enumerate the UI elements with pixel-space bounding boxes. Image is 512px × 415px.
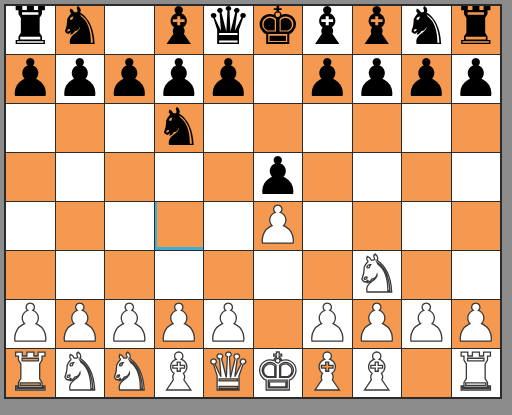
- square-g4[interactable]: [303, 202, 352, 250]
- square-i1[interactable]: [402, 349, 451, 397]
- square-b5[interactable]: [56, 153, 105, 201]
- black-pawn-icon: ♟: [403, 54, 450, 102]
- black-bishop-icon: ♝: [353, 2, 400, 50]
- white-knight-icon: ♞: [106, 348, 153, 396]
- square-g8[interactable]: ♝: [303, 6, 352, 54]
- square-j5[interactable]: [452, 153, 501, 201]
- square-c4[interactable]: [105, 202, 154, 250]
- square-b7[interactable]: ♟: [56, 55, 105, 103]
- square-j4[interactable]: [452, 202, 501, 250]
- square-b6[interactable]: [56, 104, 105, 152]
- square-h3[interactable]: ♞: [353, 251, 402, 299]
- black-rook-icon: ♜: [452, 2, 499, 50]
- black-pawn-icon: ♟: [155, 54, 202, 102]
- square-h7[interactable]: ♟: [353, 55, 402, 103]
- square-c3[interactable]: [105, 251, 154, 299]
- white-pawn-icon: ♟: [353, 299, 400, 347]
- square-j8[interactable]: ♜: [452, 6, 501, 54]
- white-rook-icon: ♜: [452, 348, 499, 396]
- white-pawn-icon: ♟: [56, 299, 103, 347]
- square-e2[interactable]: ♟: [204, 300, 253, 348]
- square-e4[interactable]: [204, 202, 253, 250]
- square-e8[interactable]: ♛: [204, 6, 253, 54]
- square-b8[interactable]: ♞: [56, 6, 105, 54]
- square-d6[interactable]: ♞: [155, 104, 204, 152]
- white-bishop-icon: ♝: [155, 348, 202, 396]
- black-bishop-icon: ♝: [304, 2, 351, 50]
- square-h2[interactable]: ♟: [353, 300, 402, 348]
- square-d2[interactable]: ♟: [155, 300, 204, 348]
- white-pawn-icon: ♟: [106, 299, 153, 347]
- square-j2[interactable]: ♟: [452, 300, 501, 348]
- white-pawn-icon: ♟: [254, 201, 301, 249]
- square-c6[interactable]: [105, 104, 154, 152]
- square-a1[interactable]: ♜: [6, 349, 55, 397]
- square-c5[interactable]: [105, 153, 154, 201]
- black-king-icon: ♚: [254, 2, 301, 50]
- square-c1[interactable]: ♞: [105, 349, 154, 397]
- square-g3[interactable]: [303, 251, 352, 299]
- square-h5[interactable]: [353, 153, 402, 201]
- square-h6[interactable]: [353, 104, 402, 152]
- black-pawn-icon: ♟: [254, 152, 301, 200]
- square-d1[interactable]: ♝: [155, 349, 204, 397]
- white-pawn-icon: ♟: [155, 299, 202, 347]
- black-bishop-icon: ♝: [155, 2, 202, 50]
- square-c2[interactable]: ♟: [105, 300, 154, 348]
- square-d8[interactable]: ♝: [155, 6, 204, 54]
- square-a7[interactable]: ♟: [6, 55, 55, 103]
- square-d5[interactable]: [155, 153, 204, 201]
- square-e1[interactable]: ♛: [204, 349, 253, 397]
- white-pawn-icon: ♟: [7, 299, 54, 347]
- white-knight-icon: ♞: [353, 250, 400, 298]
- square-d3[interactable]: [155, 251, 204, 299]
- chess-board: ♜♞♝♛♚♝♝♞♜♟♟♟♟♟♟♟♟♟♞♟♟♞♟♟♟♟♟♟♟♟♟♜♞♞♝♛♚♝♝♜: [4, 4, 502, 399]
- square-c8[interactable]: [105, 6, 154, 54]
- square-e6[interactable]: [204, 104, 253, 152]
- black-pawn-icon: ♟: [56, 54, 103, 102]
- square-b1[interactable]: ♞: [56, 349, 105, 397]
- white-queen-icon: ♛: [205, 348, 252, 396]
- white-bishop-icon: ♝: [304, 348, 351, 396]
- square-h8[interactable]: ♝: [353, 6, 402, 54]
- square-j1[interactable]: ♜: [452, 349, 501, 397]
- square-j7[interactable]: ♟: [452, 55, 501, 103]
- black-knight-icon: ♞: [155, 103, 202, 151]
- square-i4[interactable]: [402, 202, 451, 250]
- square-e7[interactable]: ♟: [204, 55, 253, 103]
- square-a5[interactable]: [6, 153, 55, 201]
- square-a6[interactable]: [6, 104, 55, 152]
- square-f6[interactable]: [254, 104, 303, 152]
- square-e5[interactable]: [204, 153, 253, 201]
- white-pawn-icon: ♟: [403, 299, 450, 347]
- black-queen-icon: ♛: [205, 2, 252, 50]
- square-i6[interactable]: [402, 104, 451, 152]
- black-pawn-icon: ♟: [452, 54, 499, 102]
- white-pawn-icon: ♟: [304, 299, 351, 347]
- square-f4[interactable]: ♟: [254, 202, 303, 250]
- square-j6[interactable]: [452, 104, 501, 152]
- square-j3[interactable]: [452, 251, 501, 299]
- black-knight-icon: ♞: [56, 2, 103, 50]
- square-d4[interactable]: [155, 202, 204, 250]
- square-g6[interactable]: [303, 104, 352, 152]
- square-f2[interactable]: [254, 300, 303, 348]
- black-pawn-icon: ♟: [304, 54, 351, 102]
- square-i3[interactable]: [402, 251, 451, 299]
- white-knight-icon: ♞: [56, 348, 103, 396]
- white-rook-icon: ♜: [7, 348, 54, 396]
- square-a3[interactable]: [6, 251, 55, 299]
- black-pawn-icon: ♟: [106, 54, 153, 102]
- square-i8[interactable]: ♞: [402, 6, 451, 54]
- square-b2[interactable]: ♟: [56, 300, 105, 348]
- black-knight-icon: ♞: [403, 2, 450, 50]
- square-f8[interactable]: ♚: [254, 6, 303, 54]
- square-a8[interactable]: ♜: [6, 6, 55, 54]
- square-h1[interactable]: ♝: [353, 349, 402, 397]
- square-f7[interactable]: [254, 55, 303, 103]
- square-g5[interactable]: [303, 153, 352, 201]
- black-pawn-icon: ♟: [353, 54, 400, 102]
- square-a2[interactable]: ♟: [6, 300, 55, 348]
- square-i2[interactable]: ♟: [402, 300, 451, 348]
- square-h4[interactable]: [353, 202, 402, 250]
- square-a4[interactable]: [6, 202, 55, 250]
- square-i5[interactable]: [402, 153, 451, 201]
- square-i7[interactable]: ♟: [402, 55, 451, 103]
- square-f1[interactable]: ♚: [254, 349, 303, 397]
- square-g1[interactable]: ♝: [303, 349, 352, 397]
- square-g7[interactable]: ♟: [303, 55, 352, 103]
- square-c7[interactable]: ♟: [105, 55, 154, 103]
- black-pawn-icon: ♟: [7, 54, 54, 102]
- square-f5[interactable]: ♟: [254, 153, 303, 201]
- square-e3[interactable]: [204, 251, 253, 299]
- black-pawn-icon: ♟: [205, 54, 252, 102]
- white-pawn-icon: ♟: [452, 299, 499, 347]
- black-rook-icon: ♜: [7, 2, 54, 50]
- white-king-icon: ♚: [254, 348, 301, 396]
- square-d7[interactable]: ♟: [155, 55, 204, 103]
- window-background: ♜♞♝♛♚♝♝♞♜♟♟♟♟♟♟♟♟♟♞♟♟♞♟♟♟♟♟♟♟♟♟♜♞♞♝♛♚♝♝♜: [0, 0, 512, 415]
- square-f3[interactable]: [254, 251, 303, 299]
- white-bishop-icon: ♝: [353, 348, 400, 396]
- square-b4[interactable]: [56, 202, 105, 250]
- square-b3[interactable]: [56, 251, 105, 299]
- white-pawn-icon: ♟: [205, 299, 252, 347]
- square-g2[interactable]: ♟: [303, 300, 352, 348]
